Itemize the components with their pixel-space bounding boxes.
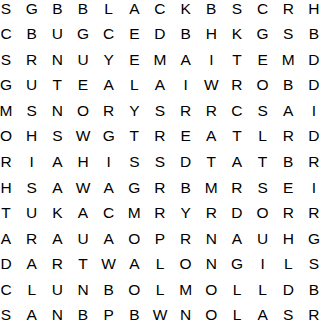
grid-cell-r12c7[interactable]: L [147,277,173,303]
grid-cell-r11c13[interactable]: S [301,251,325,277]
grid-cell-r1c5[interactable]: L [96,0,122,21]
grid-cell-r7c7[interactable]: S [147,149,173,175]
grid-cell-r8c3[interactable]: A [45,175,71,201]
grid-cell-r3c12[interactable]: M [275,47,301,73]
grid-cell-r10c6[interactable]: O [121,226,147,252]
grid-cell-r10c13[interactable]: G [301,226,325,252]
grid-cell-r8c2[interactable]: S [19,175,45,201]
grid-cell-r4c10[interactable]: R [224,72,250,98]
grid-cell-r11c2[interactable]: A [19,251,45,277]
grid-cell-r13c8[interactable]: N [173,302,199,325]
grid-cell-r6c4[interactable]: W [70,123,96,149]
grid-cell-r11c12[interactable]: L [275,251,301,277]
grid-cell-r2c2[interactable]: B [19,21,45,47]
grid-cell-r1c3[interactable]: B [45,0,71,21]
grid-cell-r6c7[interactable]: R [147,123,173,149]
grid-cell-r2c6[interactable]: E [121,21,147,47]
grid-cell-r3c5[interactable]: Y [96,47,122,73]
grid-cell-r1c1[interactable]: S [0,0,19,21]
grid-cell-r4c5[interactable]: A [96,72,122,98]
grid-cell-r1c9[interactable]: B [198,0,224,21]
grid-cell-r5c2[interactable]: S [19,98,45,124]
grid-cell-r13c2[interactable]: A [19,302,45,325]
grid-cell-r6c1[interactable]: O [0,123,19,149]
grid-cell-r4c1[interactable]: G [0,72,19,98]
grid-cell-r9c5[interactable]: C [96,200,122,226]
grid-cell-r9c10[interactable]: D [224,200,250,226]
grid-cell-r10c10[interactable]: A [224,226,250,252]
grid-cell-r5c6[interactable]: Y [121,98,147,124]
grid-cell-r11c4[interactable]: T [70,251,96,277]
grid-cell-r1c13[interactable]: H [301,0,325,21]
grid-cell-r8c8[interactable]: B [173,175,199,201]
grid-cell-r8c1[interactable]: H [0,175,19,201]
grid-cell-r2c8[interactable]: B [173,21,199,47]
grid-cell-r10c2[interactable]: R [19,226,45,252]
grid-cell-r13c10[interactable]: L [224,302,250,325]
grid-cell-r13c9[interactable]: O [198,302,224,325]
grid-cell-r9c1[interactable]: T [0,200,19,226]
grid-cell-r9c4[interactable]: A [70,200,96,226]
grid-cell-r6c12[interactable]: R [275,123,301,149]
grid-cell-r1c2[interactable]: G [19,0,45,21]
grid-cell-r6c3[interactable]: S [45,123,71,149]
grid-cell-r12c9[interactable]: O [198,277,224,303]
grid-cell-r9c3[interactable]: K [45,200,71,226]
grid-cell-r9c12[interactable]: R [275,200,301,226]
grid-cell-r11c7[interactable]: L [147,251,173,277]
grid-cell-r6c8[interactable]: E [173,123,199,149]
grid-cell-r11c1[interactable]: D [0,251,19,277]
grid-cell-r3c10[interactable]: T [224,47,250,73]
grid-cell-r13c3[interactable]: N [45,302,71,325]
grid-cell-r10c5[interactable]: A [96,226,122,252]
grid-cell-r4c2[interactable]: U [19,72,45,98]
grid-cell-r12c13[interactable]: B [301,277,325,303]
grid-cell-r7c10[interactable]: A [224,149,250,175]
grid-cell-r13c12[interactable]: S [275,302,301,325]
grid-cell-r6c9[interactable]: A [198,123,224,149]
grid-cell-r3c4[interactable]: U [70,47,96,73]
grid-cell-r3c9[interactable]: I [198,47,224,73]
grid-cell-r12c3[interactable]: U [45,277,71,303]
grid-cell-r6c2[interactable]: H [19,123,45,149]
grid-cell-r6c13[interactable]: D [301,123,325,149]
grid-cell-r2c4[interactable]: G [70,21,96,47]
grid-cell-r8c11[interactable]: S [250,175,276,201]
word-search-board: SGBBLACKBSCRHCBUGCEDBHKGSBSRNUYEMAITEMDG… [0,0,325,325]
grid-cell-r4c3[interactable]: T [45,72,71,98]
grid-cell-r12c11[interactable]: L [250,277,276,303]
grid-cell-r5c10[interactable]: C [224,98,250,124]
grid-cell-r13c5[interactable]: P [96,302,122,325]
grid-cell-r11c11[interactable]: I [250,251,276,277]
grid-cell-r9c6[interactable]: M [121,200,147,226]
grid-cell-r12c2[interactable]: L [19,277,45,303]
grid-cell-r3c1[interactable]: S [0,47,19,73]
grid-cell-r13c4[interactable]: B [70,302,96,325]
grid-cell-r2c10[interactable]: K [224,21,250,47]
grid-cell-r8c10[interactable]: R [224,175,250,201]
grid-cell-r8c5[interactable]: A [96,175,122,201]
grid-cell-r13c11[interactable]: A [250,302,276,325]
grid-cell-r8c7[interactable]: R [147,175,173,201]
grid-cell-r8c13[interactable]: I [301,175,325,201]
grid-cell-r9c7[interactable]: R [147,200,173,226]
grid-cell-r5c12[interactable]: A [275,98,301,124]
grid-cell-r1c4[interactable]: B [70,0,96,21]
grid-cell-r5c3[interactable]: N [45,98,71,124]
grid-cell-r5c8[interactable]: R [173,98,199,124]
grid-cell-r2c11[interactable]: G [250,21,276,47]
grid-cell-r6c5[interactable]: G [96,123,122,149]
grid-cell-r7c5[interactable]: I [96,149,122,175]
grid-cell-r7c9[interactable]: T [198,149,224,175]
grid-cell-r2c1[interactable]: C [0,21,19,47]
grid-cell-r8c12[interactable]: E [275,175,301,201]
grid-cell-r8c4[interactable]: W [70,175,96,201]
grid-cell-r3c6[interactable]: E [121,47,147,73]
grid-cell-r6c11[interactable]: L [250,123,276,149]
grid-cell-r10c9[interactable]: N [198,226,224,252]
grid-cell-r10c7[interactable]: P [147,226,173,252]
grid-cell-r4c4[interactable]: E [70,72,96,98]
grid-cell-r13c6[interactable]: B [121,302,147,325]
grid-cell-r2c3[interactable]: U [45,21,71,47]
grid-cell-r9c13[interactable]: R [301,200,325,226]
grid-cell-r6c10[interactable]: T [224,123,250,149]
grid-cell-r8c9[interactable]: M [198,175,224,201]
grid-cell-r11c9[interactable]: N [198,251,224,277]
grid-cell-r5c13[interactable]: I [301,98,325,124]
grid-cell-r3c13[interactable]: D [301,47,325,73]
grid-cell-r7c11[interactable]: T [250,149,276,175]
grid-cell-r4c9[interactable]: W [198,72,224,98]
grid-cell-r5c11[interactable]: S [250,98,276,124]
grid-cell-r3c8[interactable]: A [173,47,199,73]
grid-cell-r12c8[interactable]: M [173,277,199,303]
grid-cell-r2c7[interactable]: D [147,21,173,47]
grid-cell-r1c11[interactable]: C [250,0,276,21]
grid-cell-r6c6[interactable]: T [121,123,147,149]
grid-cell-r9c2[interactable]: U [19,200,45,226]
grid-cell-r2c9[interactable]: H [198,21,224,47]
grid-cell-r10c8[interactable]: R [173,226,199,252]
grid-cell-r10c3[interactable]: A [45,226,71,252]
grid-cell-r1c8[interactable]: K [173,0,199,21]
grid-cell-r13c7[interactable]: W [147,302,173,325]
grid-cell-r12c6[interactable]: O [121,277,147,303]
grid-cell-r9c9[interactable]: R [198,200,224,226]
grid-cell-r11c5[interactable]: W [96,251,122,277]
grid-cell-r4c11[interactable]: O [250,72,276,98]
grid-cell-r13c13[interactable]: R [301,302,325,325]
grid-cell-r3c7[interactable]: M [147,47,173,73]
grid-cell-r10c11[interactable]: U [250,226,276,252]
grid-cell-r11c6[interactable]: A [121,251,147,277]
grid-cell-r11c3[interactable]: R [45,251,71,277]
grid-cell-r4c7[interactable]: A [147,72,173,98]
grid-cell-r5c7[interactable]: S [147,98,173,124]
grid-cell-r7c1[interactable]: R [0,149,19,175]
grid-cell-r12c4[interactable]: N [70,277,96,303]
grid-cell-r11c8[interactable]: O [173,251,199,277]
grid-cell-r10c1[interactable]: A [0,226,19,252]
grid-cell-r7c2[interactable]: I [19,149,45,175]
grid-cell-r13c1[interactable]: S [0,302,19,325]
grid-cell-r2c13[interactable]: B [301,21,325,47]
grid-cell-r8c6[interactable]: G [121,175,147,201]
grid-cell-r4c8[interactable]: I [173,72,199,98]
grid-cell-r12c1[interactable]: C [0,277,19,303]
grid-cell-r7c8[interactable]: D [173,149,199,175]
grid-cell-r5c9[interactable]: R [198,98,224,124]
grid-cell-r3c3[interactable]: N [45,47,71,73]
grid-cell-r7c6[interactable]: S [121,149,147,175]
grid-cell-r5c1[interactable]: M [0,98,19,124]
grid-cell-r12c5[interactable]: B [96,277,122,303]
grid-cell-r7c13[interactable]: R [301,149,325,175]
grid-cell-r12c10[interactable]: L [224,277,250,303]
grid-cell-r10c4[interactable]: U [70,226,96,252]
grid-cell-r1c7[interactable]: C [147,0,173,21]
grid-cell-r7c3[interactable]: A [45,149,71,175]
grid-cell-r7c4[interactable]: H [70,149,96,175]
grid-cell-r3c11[interactable]: E [250,47,276,73]
grid-cell-r5c5[interactable]: R [96,98,122,124]
grid-cell-r2c12[interactable]: S [275,21,301,47]
grid-cell-r3c2[interactable]: R [19,47,45,73]
grid-cell-r1c12[interactable]: R [275,0,301,21]
grid-cell-r1c10[interactable]: S [224,0,250,21]
grid-cell-r5c4[interactable]: O [70,98,96,124]
grid-cell-r7c12[interactable]: B [275,149,301,175]
grid-cell-r11c10[interactable]: G [224,251,250,277]
grid-cell-r1c6[interactable]: A [121,0,147,21]
grid-cell-r4c12[interactable]: B [275,72,301,98]
grid-cell-r10c12[interactable]: H [275,226,301,252]
grid-cell-r4c13[interactable]: D [301,72,325,98]
word-search-page: { "game": "word-search", "position": "SG… [0,0,325,325]
grid-cell-r2c5[interactable]: C [96,21,122,47]
grid-cell-r12c12[interactable]: D [275,277,301,303]
grid-cell-r4c6[interactable]: L [121,72,147,98]
grid-cell-r9c8[interactable]: Y [173,200,199,226]
grid-cell-r9c11[interactable]: O [250,200,276,226]
